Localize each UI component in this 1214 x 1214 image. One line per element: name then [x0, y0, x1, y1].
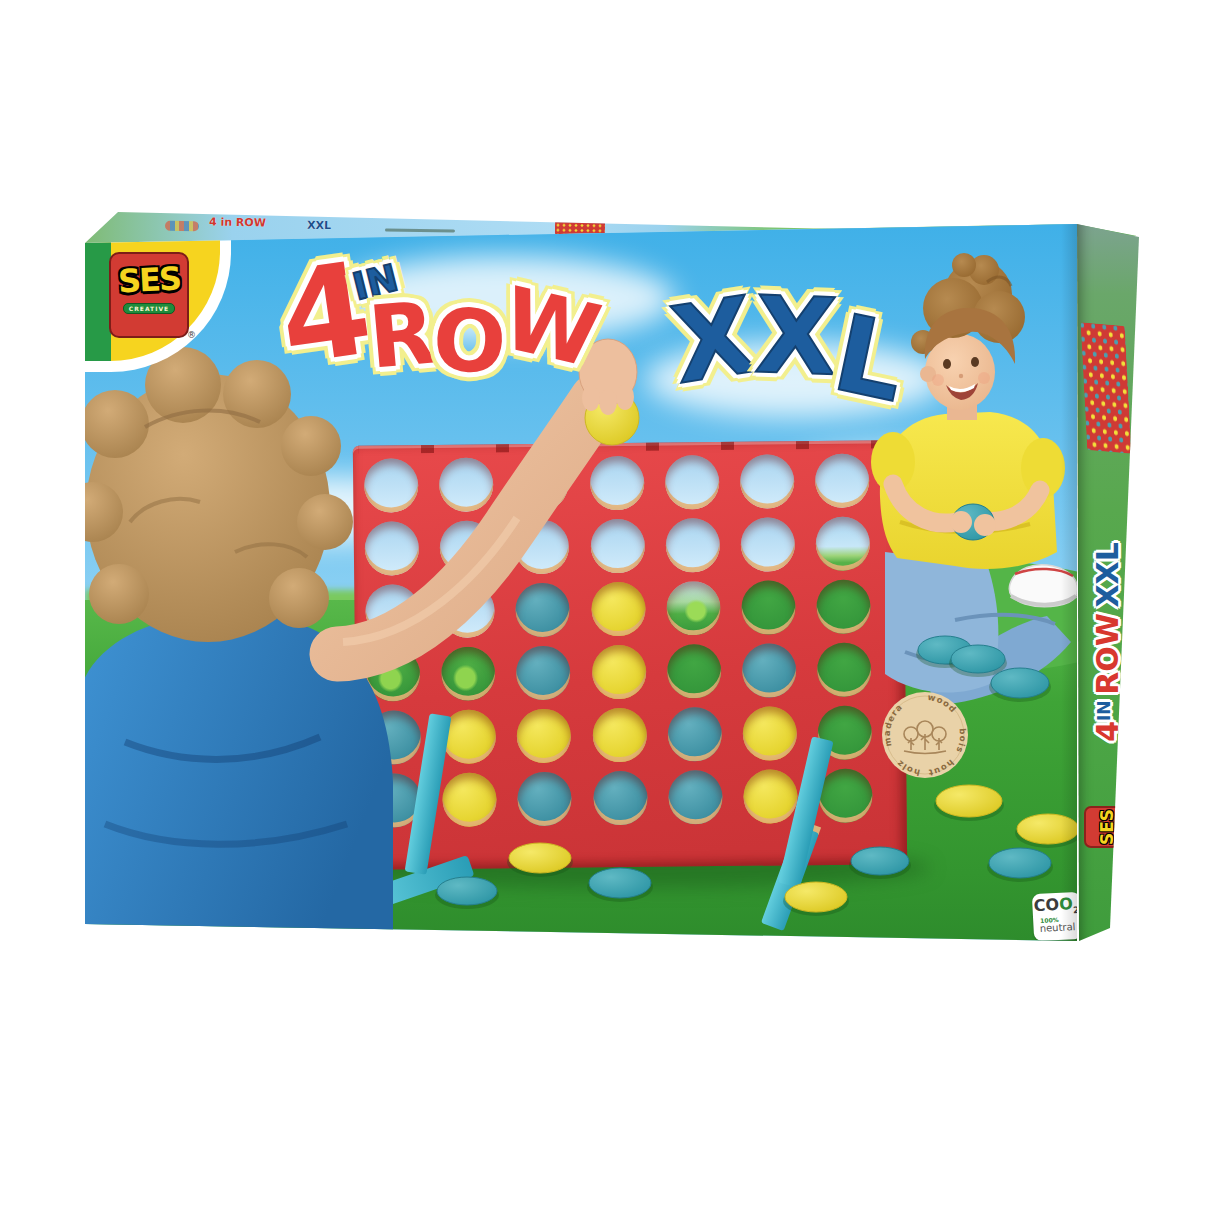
disc-yellow — [441, 709, 496, 764]
board-cell — [356, 768, 432, 832]
board-cell — [503, 452, 579, 516]
board-cell — [505, 578, 581, 642]
hole-empty-sky — [364, 458, 419, 513]
ses-logo-green-stripe — [79, 230, 111, 361]
board-cell — [581, 640, 657, 704]
hole-empty-grass-tuft — [441, 646, 496, 701]
disc-yellow — [591, 644, 646, 699]
side-mini-board-graphic — [1081, 322, 1132, 454]
side-vertical-title: 4IN ROW XXL — [1093, 542, 1123, 742]
registered-mark: ® — [187, 330, 196, 340]
board-cell — [805, 448, 881, 512]
hole-empty-grass-tuft — [366, 647, 421, 702]
disc-yellow — [743, 706, 798, 761]
side-title-in: IN — [1094, 700, 1114, 721]
ses-logo-text: SES — [110, 262, 188, 298]
board-cell — [655, 513, 731, 577]
top-face-mini-figures — [165, 221, 199, 232]
board-cell — [505, 641, 581, 705]
hole-empty-sky — [365, 584, 420, 639]
top-face-mini-text — [385, 228, 455, 232]
board-cell — [657, 765, 733, 829]
board-cell — [354, 579, 430, 643]
hole-empty-sky — [740, 454, 795, 509]
board-cell — [504, 515, 580, 579]
title-row: ROW — [369, 278, 597, 364]
disc-blue — [742, 643, 797, 698]
disc-blue — [667, 707, 722, 762]
hole-empty-sky — [815, 453, 870, 508]
board-cell — [429, 515, 505, 579]
board-cell — [730, 512, 806, 576]
hole-empty-grass — [817, 579, 872, 634]
board-cell — [579, 451, 655, 515]
board-cell — [431, 767, 507, 831]
side-title-4: 4 — [1090, 721, 1125, 742]
disc-yellow — [442, 772, 497, 827]
board-cell — [431, 704, 507, 768]
hole-empty-grass — [741, 580, 796, 635]
front-edge-shade — [1061, 222, 1077, 941]
product-photo-stage: 4 in ROW XXL 4IN ROW XXL SES — [0, 0, 1214, 1214]
hole-empty-sky — [439, 457, 494, 512]
board-grid — [353, 448, 884, 831]
hole-empty-grass — [667, 644, 722, 699]
board-cell — [430, 641, 506, 705]
top-face-mini-title: 4 in ROW — [209, 217, 266, 229]
game-board — [353, 440, 907, 870]
disc-blue — [366, 710, 421, 765]
board-cell — [729, 449, 805, 513]
board-cell — [506, 704, 582, 768]
disc-blue — [593, 770, 648, 825]
hole-empty-grass — [818, 705, 873, 760]
hole-empty-sky — [665, 455, 720, 510]
top-face-mini-xxl: XXL — [307, 220, 331, 231]
board-cell — [580, 577, 656, 641]
board-cell — [731, 575, 807, 639]
hole-empty-sky — [440, 520, 495, 575]
board-cell — [731, 638, 807, 702]
board-cell — [733, 764, 809, 828]
board-cell — [808, 763, 884, 827]
board-cell — [807, 700, 883, 764]
board-cell — [579, 514, 655, 578]
board-cell — [356, 705, 432, 769]
board-cell — [581, 703, 657, 767]
disc-yellow — [591, 581, 646, 636]
hole-empty-sky — [741, 517, 796, 572]
board-cell — [582, 766, 658, 830]
hole-empty-horizon — [666, 581, 721, 636]
top-face-mini-board — [555, 218, 605, 236]
hole-empty-grass — [817, 642, 872, 697]
board-cell — [657, 702, 733, 766]
board-cell — [656, 639, 732, 703]
board-cell — [806, 574, 882, 638]
board-cell — [732, 701, 808, 765]
hole-empty-sky-grass — [816, 516, 871, 571]
board-cell — [805, 511, 881, 575]
board-cell — [354, 516, 430, 580]
board-cell — [507, 767, 583, 831]
hole-empty-grass — [819, 768, 874, 823]
disc-yellow — [592, 707, 647, 762]
disc-blue — [515, 582, 570, 637]
hole-empty-sky — [515, 519, 570, 574]
disc-yellow — [743, 769, 798, 824]
disc-blue — [517, 771, 572, 826]
board-cell — [655, 576, 731, 640]
hole-empty-sky — [364, 521, 419, 576]
disc-blue — [668, 770, 723, 825]
board-cell — [353, 453, 429, 517]
hole-empty-sky — [514, 456, 569, 511]
hole-empty-sky — [440, 583, 495, 638]
disc-yellow — [517, 708, 572, 763]
title-xxl: XXL — [673, 282, 904, 388]
disc-blue — [367, 773, 422, 828]
board-cell — [654, 450, 730, 514]
hole-empty-sky — [665, 518, 720, 573]
ses-logo: SES CREATIVE ® — [79, 230, 231, 372]
ses-creative-label: CREATIVE — [123, 303, 175, 314]
board-cell — [355, 642, 431, 706]
side-ses-logo: SES — [1084, 806, 1130, 848]
hole-empty-sky — [590, 518, 645, 573]
board-cell — [807, 637, 883, 701]
board-cell — [429, 578, 505, 642]
box-side-face: 4IN ROW XXL SES — [1077, 222, 1139, 941]
hole-empty-sky — [589, 455, 644, 510]
ses-logo-red-box: SES CREATIVE ® — [109, 252, 189, 338]
box-front-face: wood bois hout holz madera — [85, 222, 1077, 941]
side-title-row: ROW — [1090, 613, 1125, 695]
board-cell — [428, 452, 504, 516]
disc-blue — [516, 645, 571, 700]
side-title-xxl: XXL — [1090, 542, 1125, 607]
